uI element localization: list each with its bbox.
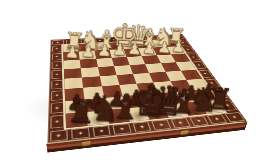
frame-ornament-icon: ✦ [51, 61, 62, 69]
photo-scene: ✦✦✦✦✦✦✦✦✦✦ ✦✦✦✦✦✦✦✦✦✦ ✦✦✦✦✦✦✦✦ ✦✦✦✦✦✦✦✦ … [0, 0, 260, 160]
white-pawn-c2[interactable]: ♟ [142, 40, 158, 56]
white-pawn-b2[interactable]: ♟ [156, 40, 172, 55]
frame-ornament-icon: ✦ [50, 115, 65, 128]
white-pawn-g2[interactable]: ♟ [80, 43, 97, 59]
square-h2[interactable]: ♟ [63, 52, 80, 61]
frame-ornament-icon: ✦ [71, 127, 90, 139]
frame-ornament-icon: ✦ [52, 46, 62, 53]
frame-ornament-icon: ✦ [51, 80, 63, 90]
square-h8[interactable]: ♜ [66, 112, 88, 128]
frame-ornament-icon: ✦ [49, 129, 68, 141]
brass-latch-icon [180, 130, 188, 135]
frame-ornament-icon: ✦ [50, 90, 63, 101]
square-g3[interactable] [80, 59, 98, 69]
frame-ornament-icon: ✦ [92, 125, 111, 137]
frame-ornament-icon: ✦ [51, 70, 63, 79]
brass-latch-icon [82, 141, 91, 146]
white-pawn-d2[interactable]: ♟ [127, 41, 143, 57]
square-g4[interactable] [81, 67, 99, 77]
chess-board: ✦✦✦✦✦✦✦✦✦✦ ✦✦✦✦✦✦✦✦✦✦ ✦✦✦✦✦✦✦✦ ✦✦✦✦✦✦✦✦ … [47, 34, 247, 143]
frame-ornament-icon: ✦ [51, 53, 62, 60]
white-pawn-h2[interactable]: ♟ [64, 44, 81, 60]
square-g2[interactable]: ♟ [79, 51, 96, 60]
white-pawn-f2[interactable]: ♟ [96, 43, 113, 59]
white-pawn-e2[interactable]: ♟ [111, 42, 127, 58]
black-rook-h8[interactable]: ♜ [66, 97, 89, 128]
board-squares-grid: ♜♞♝♚♛♝♞♜♟♟♟♟♟♟♟♟♟♟♟♟♟♟♟♟♜♞♝♚♛♝♞♜ [63, 40, 224, 128]
white-pawn-a2[interactable]: ♟ [170, 39, 186, 54]
frame-ornament-icon: ✦ [50, 102, 64, 114]
square-f3[interactable] [96, 58, 114, 67]
square-f2[interactable]: ♟ [94, 50, 111, 59]
